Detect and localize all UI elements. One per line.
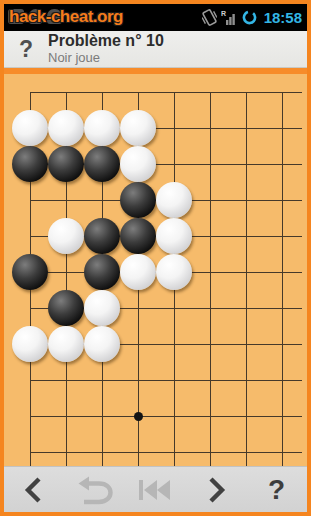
grid-line — [210, 92, 211, 466]
white-stone[interactable] — [156, 254, 192, 290]
grid-line — [282, 92, 283, 466]
svg-text:R: R — [221, 10, 226, 17]
grid-line — [30, 380, 302, 381]
watermark-text: hack-cheat.org — [9, 7, 123, 27]
white-stone[interactable] — [48, 326, 84, 362]
white-stone[interactable] — [120, 254, 156, 290]
black-stone[interactable] — [12, 254, 48, 290]
bottom-toolbar: ? — [4, 466, 307, 512]
white-stone[interactable] — [12, 110, 48, 146]
white-stone[interactable] — [12, 326, 48, 362]
black-stone[interactable] — [120, 182, 156, 218]
black-stone[interactable] — [84, 146, 120, 182]
clock: 18:58 — [264, 9, 302, 26]
white-stone[interactable] — [156, 182, 192, 218]
black-stone[interactable] — [120, 218, 156, 254]
white-stone[interactable] — [48, 218, 84, 254]
question-mark-icon: ? — [268, 476, 285, 504]
chevron-left-icon — [23, 476, 45, 504]
undo-arrow-icon — [76, 475, 114, 505]
black-stone[interactable] — [12, 146, 48, 182]
go-board[interactable] — [4, 74, 307, 466]
header-help-icon[interactable]: ? — [4, 38, 48, 61]
grid-line — [30, 92, 302, 93]
next-button[interactable] — [186, 467, 247, 512]
black-stone[interactable] — [48, 290, 84, 326]
white-stone[interactable] — [84, 290, 120, 326]
sync-icon — [241, 9, 258, 26]
signal-roaming-icon: R — [221, 10, 237, 26]
status-bar: hack-cheat.org R 18:58 — [4, 4, 307, 31]
black-stone[interactable] — [84, 218, 120, 254]
star-point — [134, 412, 143, 421]
problem-title: Problème n° 10 — [48, 32, 164, 50]
rewind-button[interactable] — [125, 467, 186, 512]
rewind-to-start-icon — [137, 478, 173, 502]
black-stone[interactable] — [84, 254, 120, 290]
turn-indicator: Noir joue — [48, 51, 164, 66]
white-stone[interactable] — [120, 146, 156, 182]
vibrate-icon — [202, 9, 217, 26]
white-stone[interactable] — [156, 218, 192, 254]
grid-line — [30, 416, 302, 417]
black-stone[interactable] — [48, 146, 84, 182]
title-bar: ? Problème n° 10 Noir joue — [4, 31, 307, 68]
white-stone[interactable] — [48, 110, 84, 146]
white-stone[interactable] — [84, 110, 120, 146]
white-stone[interactable] — [84, 326, 120, 362]
grid-line — [246, 92, 247, 466]
undo-button[interactable] — [65, 467, 126, 512]
grid-line — [30, 452, 302, 453]
chevron-right-icon — [205, 476, 227, 504]
white-stone[interactable] — [120, 110, 156, 146]
app-screenshot: hack-cheat.org R 18:58 ? Problème n° 10 … — [0, 0, 311, 516]
previous-button[interactable] — [4, 467, 65, 512]
help-button[interactable]: ? — [246, 467, 307, 512]
